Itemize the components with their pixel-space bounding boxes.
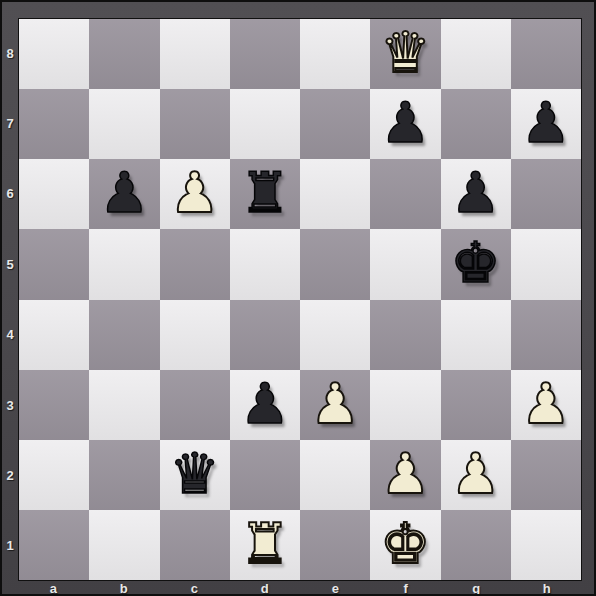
square-b4[interactable] bbox=[89, 300, 159, 370]
square-d1[interactable]: ♜ bbox=[230, 510, 300, 580]
square-d7[interactable] bbox=[230, 89, 300, 159]
square-g3[interactable] bbox=[441, 370, 511, 440]
square-h6[interactable] bbox=[511, 159, 581, 229]
square-e5[interactable] bbox=[300, 229, 370, 299]
square-c5[interactable] bbox=[160, 229, 230, 299]
square-g4[interactable] bbox=[441, 300, 511, 370]
square-c1[interactable] bbox=[160, 510, 230, 580]
square-g7[interactable] bbox=[441, 89, 511, 159]
file-label-h: h bbox=[512, 581, 583, 596]
square-f5[interactable] bbox=[370, 229, 440, 299]
square-c4[interactable] bbox=[160, 300, 230, 370]
square-e6[interactable] bbox=[300, 159, 370, 229]
square-f2[interactable]: ♟ bbox=[370, 440, 440, 510]
square-g6[interactable]: ♟ bbox=[441, 159, 511, 229]
square-b7[interactable] bbox=[89, 89, 159, 159]
piece-black-pawn-b6[interactable]: ♟ bbox=[99, 165, 149, 221]
square-d8[interactable] bbox=[230, 19, 300, 89]
square-b2[interactable] bbox=[89, 440, 159, 510]
file-labels: abcdefgh bbox=[18, 581, 582, 596]
file-label-c: c bbox=[159, 581, 230, 596]
rank-label-8: 8 bbox=[2, 18, 18, 88]
square-h1[interactable] bbox=[511, 510, 581, 580]
rank-label-3: 3 bbox=[2, 370, 18, 440]
square-a7[interactable] bbox=[19, 89, 89, 159]
piece-white-queen-f8[interactable]: ♛ bbox=[380, 25, 430, 81]
piece-white-pawn-h3[interactable]: ♟ bbox=[521, 376, 571, 432]
square-b5[interactable] bbox=[89, 229, 159, 299]
square-f7[interactable]: ♟ bbox=[370, 89, 440, 159]
square-a5[interactable] bbox=[19, 229, 89, 299]
square-a3[interactable] bbox=[19, 370, 89, 440]
square-h4[interactable] bbox=[511, 300, 581, 370]
square-c2[interactable]: ♛ bbox=[160, 440, 230, 510]
piece-white-pawn-g2[interactable]: ♟ bbox=[451, 446, 501, 502]
piece-white-pawn-e3[interactable]: ♟ bbox=[310, 376, 360, 432]
square-h7[interactable]: ♟ bbox=[511, 89, 581, 159]
square-h8[interactable] bbox=[511, 19, 581, 89]
square-e8[interactable] bbox=[300, 19, 370, 89]
piece-black-queen-c2[interactable]: ♛ bbox=[170, 446, 220, 502]
square-f1[interactable]: ♚ bbox=[370, 510, 440, 580]
square-g1[interactable] bbox=[441, 510, 511, 580]
file-label-g: g bbox=[441, 581, 512, 596]
file-label-f: f bbox=[371, 581, 442, 596]
piece-black-pawn-h7[interactable]: ♟ bbox=[521, 95, 571, 151]
square-g8[interactable] bbox=[441, 19, 511, 89]
chessboard-frame: ♛♟♟♟♟♜♟♚♟♟♟♛♟♟♜♚ 87654321 abcdefgh bbox=[0, 0, 596, 596]
board: ♛♟♟♟♟♜♟♚♟♟♟♛♟♟♜♚ bbox=[18, 18, 582, 581]
square-c3[interactable] bbox=[160, 370, 230, 440]
file-label-d: d bbox=[230, 581, 301, 596]
square-a2[interactable] bbox=[19, 440, 89, 510]
piece-black-pawn-d3[interactable]: ♟ bbox=[240, 376, 290, 432]
square-a1[interactable] bbox=[19, 510, 89, 580]
square-a8[interactable] bbox=[19, 19, 89, 89]
piece-black-king-g5[interactable]: ♚ bbox=[451, 235, 501, 291]
square-d4[interactable] bbox=[230, 300, 300, 370]
square-b1[interactable] bbox=[89, 510, 159, 580]
piece-black-pawn-f7[interactable]: ♟ bbox=[380, 95, 430, 151]
square-e3[interactable]: ♟ bbox=[300, 370, 370, 440]
square-d2[interactable] bbox=[230, 440, 300, 510]
rank-label-5: 5 bbox=[2, 229, 18, 299]
square-f4[interactable] bbox=[370, 300, 440, 370]
square-h2[interactable] bbox=[511, 440, 581, 510]
square-e2[interactable] bbox=[300, 440, 370, 510]
square-e7[interactable] bbox=[300, 89, 370, 159]
rank-labels: 87654321 bbox=[2, 18, 18, 581]
square-d5[interactable] bbox=[230, 229, 300, 299]
square-c7[interactable] bbox=[160, 89, 230, 159]
square-d6[interactable]: ♜ bbox=[230, 159, 300, 229]
square-c8[interactable] bbox=[160, 19, 230, 89]
piece-white-king-f1[interactable]: ♚ bbox=[380, 516, 430, 572]
square-c6[interactable]: ♟ bbox=[160, 159, 230, 229]
square-b3[interactable] bbox=[89, 370, 159, 440]
square-g5[interactable]: ♚ bbox=[441, 229, 511, 299]
square-f6[interactable] bbox=[370, 159, 440, 229]
piece-black-rook-d6[interactable]: ♜ bbox=[240, 165, 290, 221]
rank-label-4: 4 bbox=[2, 300, 18, 370]
square-h5[interactable] bbox=[511, 229, 581, 299]
square-e1[interactable] bbox=[300, 510, 370, 580]
square-a6[interactable] bbox=[19, 159, 89, 229]
square-a4[interactable] bbox=[19, 300, 89, 370]
square-d3[interactable]: ♟ bbox=[230, 370, 300, 440]
square-e4[interactable] bbox=[300, 300, 370, 370]
rank-label-2: 2 bbox=[2, 440, 18, 510]
piece-white-pawn-c6[interactable]: ♟ bbox=[170, 165, 220, 221]
rank-label-1: 1 bbox=[2, 511, 18, 581]
square-f3[interactable] bbox=[370, 370, 440, 440]
file-label-e: e bbox=[300, 581, 371, 596]
square-b8[interactable] bbox=[89, 19, 159, 89]
square-f8[interactable]: ♛ bbox=[370, 19, 440, 89]
file-label-a: a bbox=[18, 581, 89, 596]
piece-black-pawn-g6[interactable]: ♟ bbox=[451, 165, 501, 221]
file-label-b: b bbox=[89, 581, 160, 596]
square-b6[interactable]: ♟ bbox=[89, 159, 159, 229]
square-h3[interactable]: ♟ bbox=[511, 370, 581, 440]
rank-label-7: 7 bbox=[2, 88, 18, 158]
piece-white-pawn-f2[interactable]: ♟ bbox=[380, 446, 430, 502]
square-g2[interactable]: ♟ bbox=[441, 440, 511, 510]
piece-white-rook-d1[interactable]: ♜ bbox=[240, 516, 290, 572]
rank-label-6: 6 bbox=[2, 159, 18, 229]
